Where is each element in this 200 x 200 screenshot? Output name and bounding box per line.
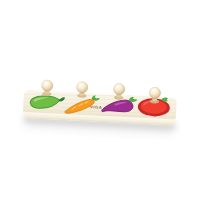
knob-handle-icon[interactable] bbox=[74, 80, 91, 99]
knob-handle-icon[interactable] bbox=[39, 79, 56, 98]
puzzle-piece-tomato[interactable] bbox=[132, 83, 178, 123]
product-photo-scene: VIGA bbox=[0, 0, 200, 200]
puzzle-board[interactable]: VIGA bbox=[23, 90, 177, 121]
knob-handle-icon[interactable] bbox=[146, 86, 163, 105]
knob-handle-icon[interactable] bbox=[111, 82, 128, 101]
